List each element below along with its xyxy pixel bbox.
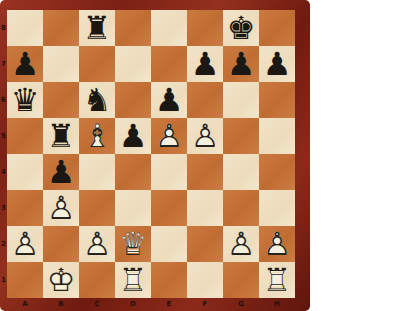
square-a2[interactable]: ♟♙ <box>7 226 43 262</box>
piece-glyph: ♝ <box>79 118 115 154</box>
white-pawn-g2: ♟♙ <box>223 226 259 262</box>
piece-glyph: ♟ <box>7 226 43 262</box>
black-rook-b5: ♜ <box>43 118 79 154</box>
black-king-g8: ♚ <box>223 10 259 46</box>
square-g7[interactable]: ♟ <box>223 46 259 82</box>
piece-glyph: ♞ <box>79 82 115 118</box>
file-label-b: B <box>43 298 79 311</box>
square-g6[interactable] <box>223 82 259 118</box>
piece-glyph: ♚ <box>43 262 79 298</box>
piece-glyph: ♟ <box>43 190 79 226</box>
black-pawn-b4: ♟ <box>43 154 79 190</box>
rank-label-1: 1 <box>0 262 7 298</box>
square-c4[interactable] <box>79 154 115 190</box>
square-b6[interactable] <box>43 82 79 118</box>
square-g2[interactable]: ♟♙ <box>223 226 259 262</box>
piece-glyph: ♟ <box>187 46 223 82</box>
square-f8[interactable] <box>187 10 223 46</box>
black-knight-c6: ♞ <box>79 82 115 118</box>
piece-glyph: ♟ <box>43 154 79 190</box>
square-b7[interactable] <box>43 46 79 82</box>
file-label-g: G <box>223 298 259 311</box>
square-h2[interactable]: ♟♙ <box>259 226 295 262</box>
square-d3[interactable] <box>115 190 151 226</box>
square-d2[interactable]: ♛♕ <box>115 226 151 262</box>
square-a3[interactable] <box>7 190 43 226</box>
white-pawn-a2: ♟♙ <box>7 226 43 262</box>
white-pawn-f5: ♟♙ <box>187 118 223 154</box>
square-d6[interactable] <box>115 82 151 118</box>
white-pawn-b3: ♟♙ <box>43 190 79 226</box>
square-f6[interactable] <box>187 82 223 118</box>
black-pawn-h7: ♟ <box>259 46 295 82</box>
square-e3[interactable] <box>151 190 187 226</box>
square-a7[interactable]: ♟ <box>7 46 43 82</box>
piece-glyph: ♛ <box>115 226 151 262</box>
square-a6[interactable]: ♛ <box>7 82 43 118</box>
piece-glyph: ♚ <box>223 10 259 46</box>
square-g3[interactable] <box>223 190 259 226</box>
piece-outline-glyph: ♙ <box>79 226 115 262</box>
chess-board: ♜♚♟♟♟♟♛♞♟♜♝♗♟♟♙♟♙♟♟♙♟♙♟♙♛♕♟♙♟♙♚♔♜♖♜♖ <box>7 10 295 298</box>
square-b1[interactable]: ♚♔ <box>43 262 79 298</box>
piece-outline-glyph: ♖ <box>115 262 151 298</box>
piece-glyph: ♟ <box>7 46 43 82</box>
chess-board-frame: 87654321 ♜♚♟♟♟♟♛♞♟♜♝♗♟♟♙♟♙♟♟♙♟♙♟♙♛♕♟♙♟♙♚… <box>0 0 310 311</box>
square-h1[interactable]: ♜♖ <box>259 262 295 298</box>
white-king-b1: ♚♔ <box>43 262 79 298</box>
square-e8[interactable] <box>151 10 187 46</box>
piece-outline-glyph: ♗ <box>79 118 115 154</box>
rank-label-6: 6 <box>0 82 7 118</box>
square-g4[interactable] <box>223 154 259 190</box>
black-pawn-e6: ♟ <box>151 82 187 118</box>
file-label-f: F <box>187 298 223 311</box>
white-pawn-e5: ♟♙ <box>151 118 187 154</box>
square-h4[interactable] <box>259 154 295 190</box>
square-h7[interactable]: ♟ <box>259 46 295 82</box>
file-label-e: E <box>151 298 187 311</box>
white-bishop-c5: ♝♗ <box>79 118 115 154</box>
piece-outline-glyph: ♙ <box>259 226 295 262</box>
square-b8[interactable] <box>43 10 79 46</box>
piece-glyph: ♟ <box>79 226 115 262</box>
file-label-a: A <box>7 298 43 311</box>
piece-outline-glyph: ♖ <box>259 262 295 298</box>
square-g1[interactable] <box>223 262 259 298</box>
square-d4[interactable] <box>115 154 151 190</box>
piece-glyph: ♟ <box>223 46 259 82</box>
square-f3[interactable] <box>187 190 223 226</box>
square-d5[interactable]: ♟ <box>115 118 151 154</box>
rank-label-3: 3 <box>0 190 7 226</box>
file-label-c: C <box>79 298 115 311</box>
square-f5[interactable]: ♟♙ <box>187 118 223 154</box>
rank-label-7: 7 <box>0 46 7 82</box>
piece-glyph: ♜ <box>79 10 115 46</box>
piece-outline-glyph: ♕ <box>115 226 151 262</box>
white-rook-h1: ♜♖ <box>259 262 295 298</box>
piece-glyph: ♛ <box>7 82 43 118</box>
square-e5[interactable]: ♟♙ <box>151 118 187 154</box>
piece-glyph: ♟ <box>259 46 295 82</box>
square-c7[interactable] <box>79 46 115 82</box>
piece-outline-glyph: ♙ <box>187 118 223 154</box>
piece-glyph: ♜ <box>43 118 79 154</box>
square-c8[interactable]: ♜ <box>79 10 115 46</box>
white-pawn-c2: ♟♙ <box>79 226 115 262</box>
square-g5[interactable] <box>223 118 259 154</box>
square-a4[interactable] <box>7 154 43 190</box>
rank-label-8: 8 <box>0 10 7 46</box>
square-h8[interactable] <box>259 10 295 46</box>
black-rook-c8: ♜ <box>79 10 115 46</box>
square-b5[interactable]: ♜ <box>43 118 79 154</box>
piece-glyph: ♜ <box>259 262 295 298</box>
square-f2[interactable] <box>187 226 223 262</box>
piece-outline-glyph: ♙ <box>223 226 259 262</box>
square-a1[interactable] <box>7 262 43 298</box>
square-h3[interactable] <box>259 190 295 226</box>
square-h5[interactable] <box>259 118 295 154</box>
piece-glyph: ♜ <box>115 262 151 298</box>
piece-outline-glyph: ♙ <box>7 226 43 262</box>
square-a8[interactable] <box>7 10 43 46</box>
square-d8[interactable] <box>115 10 151 46</box>
square-f1[interactable] <box>187 262 223 298</box>
black-pawn-a7: ♟ <box>7 46 43 82</box>
square-e2[interactable] <box>151 226 187 262</box>
square-e6[interactable]: ♟ <box>151 82 187 118</box>
square-g8[interactable]: ♚ <box>223 10 259 46</box>
black-queen-a6: ♛ <box>7 82 43 118</box>
rank-label-5: 5 <box>0 118 7 154</box>
black-pawn-g7: ♟ <box>223 46 259 82</box>
square-c1[interactable] <box>79 262 115 298</box>
square-c5[interactable]: ♝♗ <box>79 118 115 154</box>
piece-outline-glyph: ♙ <box>151 118 187 154</box>
white-queen-d2: ♛♕ <box>115 226 151 262</box>
square-d7[interactable] <box>115 46 151 82</box>
square-f4[interactable] <box>187 154 223 190</box>
piece-glyph: ♟ <box>223 226 259 262</box>
black-pawn-f7: ♟ <box>187 46 223 82</box>
square-c3[interactable] <box>79 190 115 226</box>
file-labels: ABCDEFGH <box>7 298 295 311</box>
rank-label-4: 4 <box>0 154 7 190</box>
piece-outline-glyph: ♔ <box>43 262 79 298</box>
piece-outline-glyph: ♙ <box>43 190 79 226</box>
rank-label-2: 2 <box>0 226 7 262</box>
piece-glyph: ♟ <box>259 226 295 262</box>
piece-glyph: ♟ <box>187 118 223 154</box>
square-f7[interactable]: ♟ <box>187 46 223 82</box>
square-e7[interactable] <box>151 46 187 82</box>
white-pawn-h2: ♟♙ <box>259 226 295 262</box>
square-e1[interactable] <box>151 262 187 298</box>
square-h6[interactable] <box>259 82 295 118</box>
rank-labels: 87654321 <box>0 10 7 298</box>
square-a5[interactable] <box>7 118 43 154</box>
piece-glyph: ♟ <box>151 82 187 118</box>
square-c2[interactable]: ♟♙ <box>79 226 115 262</box>
black-pawn-d5: ♟ <box>115 118 151 154</box>
square-b3[interactable]: ♟♙ <box>43 190 79 226</box>
square-d1[interactable]: ♜♖ <box>115 262 151 298</box>
square-e4[interactable] <box>151 154 187 190</box>
piece-glyph: ♟ <box>151 118 187 154</box>
white-rook-d1: ♜♖ <box>115 262 151 298</box>
piece-glyph: ♟ <box>115 118 151 154</box>
square-b2[interactable] <box>43 226 79 262</box>
square-b4[interactable]: ♟ <box>43 154 79 190</box>
file-label-h: H <box>259 298 295 311</box>
square-c6[interactable]: ♞ <box>79 82 115 118</box>
file-label-d: D <box>115 298 151 311</box>
